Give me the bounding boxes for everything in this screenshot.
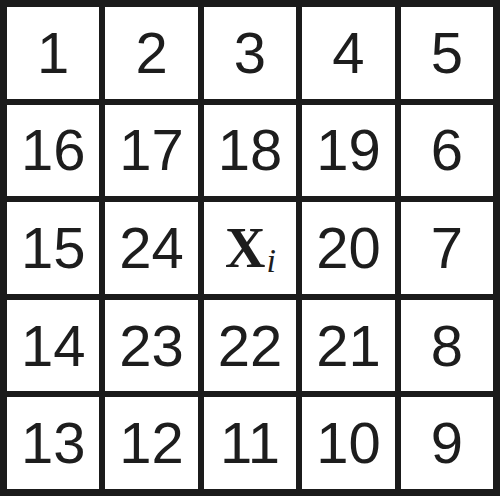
center-subscript-i: i xyxy=(266,244,275,278)
grid-cell-r4c4: 21 xyxy=(302,300,394,392)
grid-cell-r1c1: 1 xyxy=(7,7,99,99)
grid-cell-r1c3: 3 xyxy=(204,7,296,99)
grid-cell-r2c3: 18 xyxy=(204,105,296,197)
grid-cell-r5c1: 13 xyxy=(7,397,99,489)
grid-cell-r3c4: 20 xyxy=(302,202,394,294)
center-symbol-x: X xyxy=(225,220,265,276)
grid-cell-r2c2: 17 xyxy=(105,105,197,197)
grid-cell-r4c1: 14 xyxy=(7,300,99,392)
grid-cell-r4c5: 8 xyxy=(401,300,493,392)
grid-cell-r4c3: 22 xyxy=(204,300,296,392)
grid-cell-r2c1: 16 xyxy=(7,105,99,197)
grid-cell-r1c2: 2 xyxy=(105,7,197,99)
grid-cell-r2c4: 19 xyxy=(302,105,394,197)
grid-cell-r1c5: 5 xyxy=(401,7,493,99)
grid-cell-r5c2: 12 xyxy=(105,397,197,489)
grid-cell-r2c5: 6 xyxy=(401,105,493,197)
grid-cell-r4c2: 23 xyxy=(105,300,197,392)
grid-cell-r5c4: 10 xyxy=(302,397,394,489)
grid-cell-r3c5: 7 xyxy=(401,202,493,294)
grid-cell-r3c1: 15 xyxy=(7,202,99,294)
grid-cell-r1c4: 4 xyxy=(302,7,394,99)
grid-cell-r5c3: 11 xyxy=(204,397,296,489)
spiral-grid-board: 1 2 3 4 5 16 17 18 19 6 15 24 Xi 20 7 14… xyxy=(0,0,500,496)
grid-cell-center-xi: Xi xyxy=(204,202,296,294)
grid-cell-r3c2: 24 xyxy=(105,202,197,294)
grid-cell-r5c5: 9 xyxy=(401,397,493,489)
